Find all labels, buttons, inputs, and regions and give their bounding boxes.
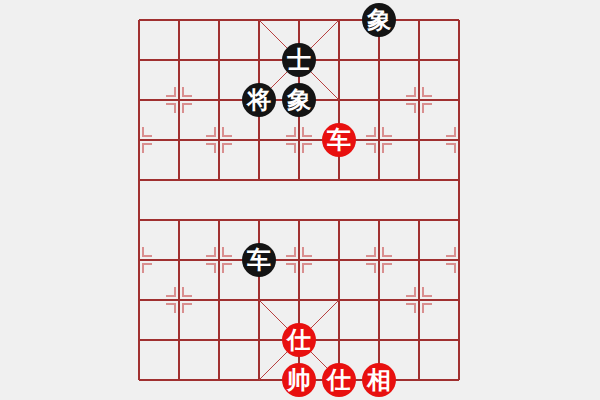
piece-black-rook[interactable]: 车 (242, 243, 276, 277)
piece-black-king[interactable]: 将 (242, 83, 276, 117)
piece-black-elephant[interactable]: 象 (282, 83, 316, 117)
piece-black-advisor[interactable]: 士 (282, 43, 316, 77)
xiangqi-board: 象士将象车车仕帅仕相 (0, 0, 600, 400)
board-grid: 象士将象车车仕帅仕相 (119, 0, 479, 400)
piece-red-elephant[interactable]: 相 (362, 363, 396, 397)
piece-black-elephant[interactable]: 象 (362, 3, 396, 37)
piece-red-advisor[interactable]: 仕 (322, 363, 356, 397)
piece-red-advisor[interactable]: 仕 (282, 323, 316, 357)
piece-red-rook[interactable]: 车 (322, 123, 356, 157)
piece-red-king[interactable]: 帅 (282, 363, 316, 397)
